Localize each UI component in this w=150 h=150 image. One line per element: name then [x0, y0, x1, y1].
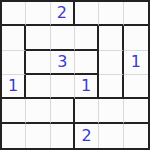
cell-r5c2[interactable] — [51, 124, 75, 148]
cell-r4c1[interactable] — [26, 99, 50, 123]
cell-r4c0[interactable] — [2, 99, 26, 123]
cell-r1c0[interactable] — [2, 26, 26, 50]
cell-r2c2: 3 — [51, 51, 75, 75]
cell-r2c4[interactable] — [99, 51, 123, 75]
cell-r1c4[interactable] — [99, 26, 123, 50]
cell-r0c1[interactable] — [26, 2, 50, 26]
cell-r1c2[interactable] — [51, 26, 75, 50]
cell-r4c3[interactable] — [75, 99, 99, 123]
cell-r0c5[interactable] — [124, 2, 148, 26]
cell-r2c1[interactable] — [26, 51, 50, 75]
cell-r3c2[interactable] — [51, 75, 75, 99]
cell-r4c5[interactable] — [124, 99, 148, 123]
puzzle-board: 2 3 1 1 1 2 — [0, 0, 150, 150]
cell-r0c0[interactable] — [2, 2, 26, 26]
cell-r4c4[interactable] — [99, 99, 123, 123]
cell-r3c0: 1 — [2, 75, 26, 99]
cell-r5c0[interactable] — [2, 124, 26, 148]
cell-r1c5[interactable] — [124, 26, 148, 50]
cell-r5c4[interactable] — [99, 124, 123, 148]
cell-r2c3[interactable] — [75, 51, 99, 75]
cell-r5c5[interactable] — [124, 124, 148, 148]
cell-r2c0[interactable] — [2, 51, 26, 75]
cell-r3c1[interactable] — [26, 75, 50, 99]
cell-r0c2: 2 — [51, 2, 75, 26]
cell-r5c1[interactable] — [26, 124, 50, 148]
cell-r1c1[interactable] — [26, 26, 50, 50]
cell-r4c2[interactable] — [51, 99, 75, 123]
cell-r1c3[interactable] — [75, 26, 99, 50]
cell-r0c3[interactable] — [75, 2, 99, 26]
cell-r3c3: 1 — [75, 75, 99, 99]
cell-r3c4[interactable] — [99, 75, 123, 99]
cell-r3c5[interactable] — [124, 75, 148, 99]
cell-r2c5: 1 — [124, 51, 148, 75]
cell-r5c3: 2 — [75, 124, 99, 148]
cell-r0c4[interactable] — [99, 2, 123, 26]
